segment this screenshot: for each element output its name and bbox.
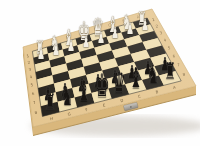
- chess-board: HHGGFFEEDDCCBBAA1122334455667788: [0, 0, 200, 146]
- photo-scene: HHGGFFEEDDCCBBAA1122334455667788 ♜♞♝♛♚♝♞…: [0, 0, 200, 146]
